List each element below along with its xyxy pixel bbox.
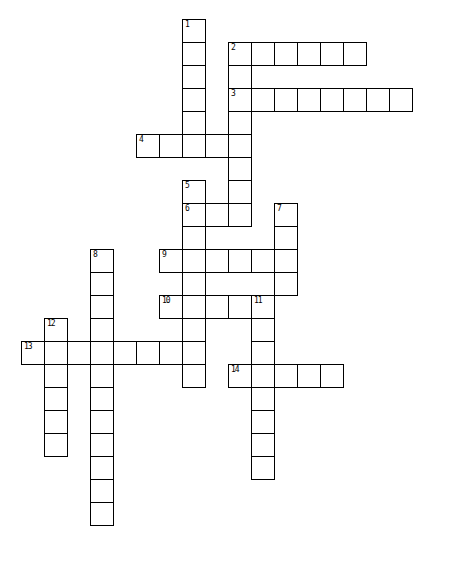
grid-cell-r16c3[interactable] bbox=[90, 387, 114, 411]
grid-cell-r3c7[interactable] bbox=[182, 88, 206, 112]
grid-cell-r13c7[interactable] bbox=[182, 318, 206, 342]
grid-cell-r3c13[interactable] bbox=[320, 88, 344, 112]
grid-cell-r15c12[interactable] bbox=[297, 364, 321, 388]
clue-number-10: 10 bbox=[162, 297, 170, 305]
grid-cell-r15c3[interactable] bbox=[90, 364, 114, 388]
grid-cell-r12c3[interactable] bbox=[90, 295, 114, 319]
clue-number-11: 11 bbox=[254, 297, 262, 305]
grid-cell-r5c6[interactable] bbox=[159, 134, 183, 158]
grid-cell-r2c9[interactable] bbox=[228, 65, 252, 89]
page: 1234567891011121314 bbox=[0, 0, 454, 569]
grid-cell-r1c10[interactable] bbox=[251, 42, 275, 66]
grid-cell-r7c7[interactable]: 5 bbox=[182, 180, 206, 204]
grid-cell-r14c10[interactable] bbox=[251, 341, 275, 365]
grid-cell-r8c7[interactable]: 6 bbox=[182, 203, 206, 227]
clue-number-5: 5 bbox=[185, 182, 189, 190]
grid-cell-r14c2[interactable] bbox=[67, 341, 91, 365]
grid-cell-r12c7[interactable] bbox=[182, 295, 206, 319]
grid-cell-r4c7[interactable] bbox=[182, 111, 206, 135]
grid-cell-r1c9[interactable]: 2 bbox=[228, 42, 252, 66]
clue-number-9: 9 bbox=[162, 251, 166, 259]
grid-cell-r1c12[interactable] bbox=[297, 42, 321, 66]
grid-cell-r12c6[interactable]: 10 bbox=[159, 295, 183, 319]
grid-cell-r17c1[interactable] bbox=[44, 410, 68, 434]
grid-cell-r15c7[interactable] bbox=[182, 364, 206, 388]
grid-cell-r14c3[interactable] bbox=[90, 341, 114, 365]
crossword-board: 1234567891011121314 bbox=[0, 0, 454, 569]
grid-cell-r19c3[interactable] bbox=[90, 456, 114, 480]
grid-cell-r14c5[interactable] bbox=[136, 341, 160, 365]
grid-cell-r14c7[interactable] bbox=[182, 341, 206, 365]
grid-cell-r11c7[interactable] bbox=[182, 272, 206, 296]
grid-cell-r14c1[interactable] bbox=[44, 341, 68, 365]
grid-cell-r14c4[interactable] bbox=[113, 341, 137, 365]
grid-cell-r18c1[interactable] bbox=[44, 433, 68, 457]
grid-cell-r15c1[interactable] bbox=[44, 364, 68, 388]
grid-cell-r15c9[interactable]: 14 bbox=[228, 364, 252, 388]
grid-cell-r12c10[interactable]: 11 bbox=[251, 295, 275, 319]
grid-cell-r20c3[interactable] bbox=[90, 479, 114, 503]
grid-cell-r14c0[interactable]: 13 bbox=[21, 341, 45, 365]
grid-cell-r15c11[interactable] bbox=[274, 364, 298, 388]
clue-number-8: 8 bbox=[93, 251, 97, 259]
grid-cell-r1c11[interactable] bbox=[274, 42, 298, 66]
clue-number-6: 6 bbox=[185, 205, 189, 213]
grid-cell-r13c10[interactable] bbox=[251, 318, 275, 342]
clue-number-14: 14 bbox=[231, 366, 239, 374]
grid-cell-r19c10[interactable] bbox=[251, 456, 275, 480]
grid-cell-r9c7[interactable] bbox=[182, 226, 206, 250]
grid-cell-r10c8[interactable] bbox=[205, 249, 229, 273]
grid-cell-r2c7[interactable] bbox=[182, 65, 206, 89]
grid-cell-r12c9[interactable] bbox=[228, 295, 252, 319]
grid-cell-r1c7[interactable] bbox=[182, 42, 206, 66]
clue-number-2: 2 bbox=[231, 44, 235, 52]
grid-cell-r7c9[interactable] bbox=[228, 180, 252, 204]
grid-cell-r12c8[interactable] bbox=[205, 295, 229, 319]
grid-cell-r8c8[interactable] bbox=[205, 203, 229, 227]
grid-cell-r3c15[interactable] bbox=[366, 88, 390, 112]
grid-cell-r9c11[interactable] bbox=[274, 226, 298, 250]
grid-cell-r8c9[interactable] bbox=[228, 203, 252, 227]
grid-cell-r8c11[interactable]: 7 bbox=[274, 203, 298, 227]
grid-cell-r17c10[interactable] bbox=[251, 410, 275, 434]
grid-cell-r5c5[interactable]: 4 bbox=[136, 134, 160, 158]
grid-cell-r3c11[interactable] bbox=[274, 88, 298, 112]
grid-cell-r10c3[interactable]: 8 bbox=[90, 249, 114, 273]
grid-cell-r0c7[interactable]: 1 bbox=[182, 19, 206, 43]
clue-number-12: 12 bbox=[47, 320, 55, 328]
grid-cell-r11c3[interactable] bbox=[90, 272, 114, 296]
grid-cell-r10c10[interactable] bbox=[251, 249, 275, 273]
grid-cell-r13c1[interactable]: 12 bbox=[44, 318, 68, 342]
grid-cell-r10c11[interactable] bbox=[274, 249, 298, 273]
grid-cell-r10c6[interactable]: 9 bbox=[159, 249, 183, 273]
grid-cell-r4c9[interactable] bbox=[228, 111, 252, 135]
grid-cell-r3c10[interactable] bbox=[251, 88, 275, 112]
grid-cell-r21c3[interactable] bbox=[90, 502, 114, 526]
grid-cell-r17c3[interactable] bbox=[90, 410, 114, 434]
clue-number-1: 1 bbox=[185, 21, 189, 29]
grid-cell-r3c12[interactable] bbox=[297, 88, 321, 112]
grid-cell-r5c8[interactable] bbox=[205, 134, 229, 158]
grid-cell-r3c16[interactable] bbox=[389, 88, 413, 112]
grid-cell-r5c7[interactable] bbox=[182, 134, 206, 158]
grid-cell-r16c10[interactable] bbox=[251, 387, 275, 411]
clue-number-7: 7 bbox=[277, 205, 281, 213]
grid-cell-r15c10[interactable] bbox=[251, 364, 275, 388]
grid-cell-r5c9[interactable] bbox=[228, 134, 252, 158]
clue-number-13: 13 bbox=[24, 343, 32, 351]
grid-cell-r1c14[interactable] bbox=[343, 42, 367, 66]
grid-cell-r18c3[interactable] bbox=[90, 433, 114, 457]
grid-cell-r6c9[interactable] bbox=[228, 157, 252, 181]
grid-cell-r3c9[interactable]: 3 bbox=[228, 88, 252, 112]
grid-cell-r10c9[interactable] bbox=[228, 249, 252, 273]
grid-cell-r3c14[interactable] bbox=[343, 88, 367, 112]
clue-number-3: 3 bbox=[231, 90, 235, 98]
clue-number-4: 4 bbox=[139, 136, 143, 144]
grid-cell-r13c3[interactable] bbox=[90, 318, 114, 342]
grid-cell-r16c1[interactable] bbox=[44, 387, 68, 411]
grid-cell-r10c7[interactable] bbox=[182, 249, 206, 273]
grid-cell-r15c13[interactable] bbox=[320, 364, 344, 388]
grid-cell-r18c10[interactable] bbox=[251, 433, 275, 457]
grid-cell-r11c11[interactable] bbox=[274, 272, 298, 296]
grid-cell-r14c6[interactable] bbox=[159, 341, 183, 365]
grid-cell-r1c13[interactable] bbox=[320, 42, 344, 66]
